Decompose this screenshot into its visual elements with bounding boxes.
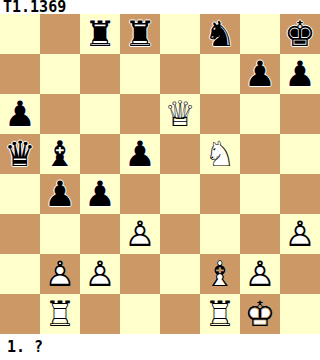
square-e1[interactable] [160,294,200,334]
square-a1[interactable] [0,294,40,334]
piece-white-rook[interactable]: ♜♖ [200,294,240,334]
piece-white-pawn[interactable]: ♟♙ [40,254,80,294]
black-piece-glyph: ♚ [280,14,320,54]
black-piece-glyph: ♟ [0,94,40,134]
white-piece-outline-layer: ♖ [200,294,240,334]
square-c2[interactable]: ♟♙ [80,254,120,294]
square-f7[interactable] [200,54,240,94]
square-f3[interactable] [200,214,240,254]
square-g2[interactable]: ♟♙ [240,254,280,294]
piece-black-rook[interactable]: ♜ [120,14,160,54]
square-g8[interactable] [240,14,280,54]
square-h6[interactable] [280,94,320,134]
square-d1[interactable] [120,294,160,334]
square-h8[interactable]: ♚ [280,14,320,54]
piece-black-pawn[interactable]: ♟ [280,54,320,94]
square-d8[interactable]: ♜ [120,14,160,54]
square-c3[interactable] [80,214,120,254]
square-b7[interactable] [40,54,80,94]
piece-white-pawn[interactable]: ♟♙ [280,214,320,254]
piece-white-pawn[interactable]: ♟♙ [120,214,160,254]
piece-white-pawn[interactable]: ♟♙ [240,254,280,294]
piece-black-knight[interactable]: ♞ [200,14,240,54]
square-a3[interactable] [0,214,40,254]
piece-black-queen[interactable]: ♛ [0,134,40,174]
square-a7[interactable] [0,54,40,94]
square-d7[interactable] [120,54,160,94]
square-e6[interactable]: ♛♕ [160,94,200,134]
square-c1[interactable] [80,294,120,334]
square-g3[interactable] [240,214,280,254]
square-h3[interactable]: ♟♙ [280,214,320,254]
square-d4[interactable] [120,174,160,214]
square-b5[interactable]: ♝ [40,134,80,174]
square-f5[interactable]: ♞♘ [200,134,240,174]
square-f2[interactable]: ♝♗ [200,254,240,294]
square-g5[interactable] [240,134,280,174]
white-piece-outline-layer: ♙ [240,254,280,294]
square-d2[interactable] [120,254,160,294]
square-e3[interactable] [160,214,200,254]
white-piece-outline-layer: ♙ [40,254,80,294]
square-c5[interactable] [80,134,120,174]
black-piece-glyph: ♟ [280,54,320,94]
square-f4[interactable] [200,174,240,214]
black-piece-glyph: ♟ [80,174,120,214]
white-piece-outline-layer: ♖ [40,294,80,334]
square-b3[interactable] [40,214,80,254]
piece-white-rook[interactable]: ♜♖ [40,294,80,334]
square-d6[interactable] [120,94,160,134]
square-f6[interactable] [200,94,240,134]
square-b2[interactable]: ♟♙ [40,254,80,294]
square-b8[interactable] [40,14,80,54]
black-piece-glyph: ♜ [80,14,120,54]
square-a8[interactable] [0,14,40,54]
square-c4[interactable]: ♟ [80,174,120,214]
piece-black-rook[interactable]: ♜ [80,14,120,54]
square-g4[interactable] [240,174,280,214]
square-b4[interactable]: ♟ [40,174,80,214]
white-piece-outline-layer: ♙ [280,214,320,254]
square-b1[interactable]: ♜♖ [40,294,80,334]
white-piece-outline-layer: ♙ [80,254,120,294]
white-piece-outline-layer: ♘ [200,134,240,174]
square-e2[interactable] [160,254,200,294]
black-piece-glyph: ♟ [40,174,80,214]
piece-black-pawn[interactable]: ♟ [40,174,80,214]
square-h4[interactable] [280,174,320,214]
piece-black-king[interactable]: ♚ [280,14,320,54]
square-f8[interactable]: ♞ [200,14,240,54]
black-piece-glyph: ♝ [40,134,80,174]
black-piece-glyph: ♟ [120,134,160,174]
square-a5[interactable]: ♛ [0,134,40,174]
square-g1[interactable]: ♚♔ [240,294,280,334]
piece-white-queen[interactable]: ♛♕ [160,94,200,134]
chess-board: ♜♜♞♚♟♟♟♛♕♛♝♟♞♘♟♟♟♙♟♙♟♙♟♙♝♗♟♙♜♖♜♖♚♔ [0,14,320,334]
piece-black-pawn[interactable]: ♟ [120,134,160,174]
piece-black-pawn[interactable]: ♟ [240,54,280,94]
square-d5[interactable]: ♟ [120,134,160,174]
square-h2[interactable] [280,254,320,294]
white-piece-outline-layer: ♗ [200,254,240,294]
white-piece-outline-layer: ♔ [240,294,280,334]
square-a2[interactable] [0,254,40,294]
piece-white-knight[interactable]: ♞♘ [200,134,240,174]
square-c7[interactable] [80,54,120,94]
square-h7[interactable]: ♟ [280,54,320,94]
white-piece-outline-layer: ♙ [120,214,160,254]
square-h1[interactable] [280,294,320,334]
piece-black-pawn[interactable]: ♟ [0,94,40,134]
piece-black-bishop[interactable]: ♝ [40,134,80,174]
black-piece-glyph: ♞ [200,14,240,54]
square-h5[interactable] [280,134,320,174]
black-piece-glyph: ♛ [0,134,40,174]
black-piece-glyph: ♟ [240,54,280,94]
square-e4[interactable] [160,174,200,214]
move-prompt: 1. ? [0,334,320,360]
piece-white-pawn[interactable]: ♟♙ [80,254,120,294]
square-c8[interactable]: ♜ [80,14,120,54]
square-a6[interactable]: ♟ [0,94,40,134]
piece-white-bishop[interactable]: ♝♗ [200,254,240,294]
square-g6[interactable] [240,94,280,134]
black-piece-glyph: ♜ [120,14,160,54]
white-piece-outline-layer: ♕ [160,94,200,134]
square-d3[interactable]: ♟♙ [120,214,160,254]
square-e7[interactable] [160,54,200,94]
piece-white-king[interactable]: ♚♔ [240,294,280,334]
square-a4[interactable] [0,174,40,214]
square-e5[interactable] [160,134,200,174]
square-g7[interactable]: ♟ [240,54,280,94]
square-c6[interactable] [80,94,120,134]
piece-black-pawn[interactable]: ♟ [80,174,120,214]
square-e8[interactable] [160,14,200,54]
square-b6[interactable] [40,94,80,134]
square-f1[interactable]: ♜♖ [200,294,240,334]
puzzle-id: T1.1369 [0,0,320,14]
